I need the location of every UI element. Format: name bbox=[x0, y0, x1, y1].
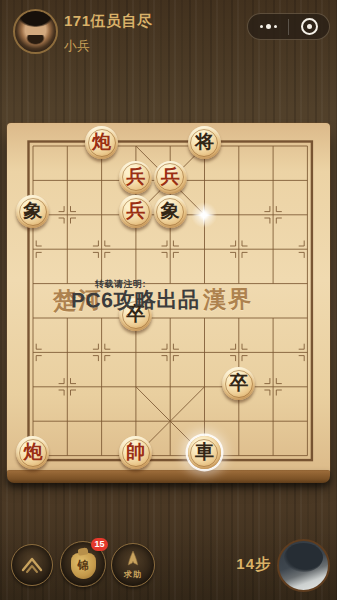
piece-glyph: 帥 bbox=[126, 442, 145, 461]
player-avatar bbox=[13, 9, 58, 54]
close-button[interactable] bbox=[289, 14, 329, 39]
piece-black-chariot[interactable]: 車 bbox=[188, 436, 221, 469]
chevron-up-icon bbox=[17, 550, 47, 580]
piece-glyph: 卒 bbox=[229, 373, 248, 392]
piece-black-elephant[interactable]: 象 bbox=[154, 195, 187, 228]
hint-count-badge: 15 bbox=[91, 538, 108, 551]
piece-glyph: 兵 bbox=[161, 167, 180, 186]
xiangqi-board[interactable]: 楚河 漢界 炮将兵兵兵象象卒卒炮帥車 转载请注明: PC6攻略出品 bbox=[7, 123, 330, 472]
piece-red-general[interactable]: 帥 bbox=[119, 436, 152, 469]
move-sparkle-effect bbox=[189, 200, 219, 230]
hint-bag-icon: 锦 bbox=[71, 553, 96, 579]
title-block: 171伍员自尽 小兵 bbox=[64, 12, 153, 55]
ask-help-button[interactable]: 求助 bbox=[111, 543, 155, 587]
piece-glyph: 将 bbox=[195, 132, 214, 151]
miniprogram-capsule bbox=[247, 13, 330, 40]
piece-red-cannon[interactable]: 炮 bbox=[85, 126, 118, 159]
hint-bag-button[interactable]: 锦 15 bbox=[60, 541, 106, 587]
ask-help-label: 求助 bbox=[124, 569, 142, 580]
top-bar: 171伍员自尽 小兵 bbox=[0, 0, 337, 62]
piece-glyph: 兵 bbox=[126, 167, 145, 186]
piece-red-soldier[interactable]: 兵 bbox=[119, 161, 152, 194]
piece-glyph: 兵 bbox=[126, 201, 145, 220]
piece-black-elephant[interactable]: 象 bbox=[16, 195, 49, 228]
praying-hands-icon bbox=[123, 550, 143, 570]
piece-red-cannon[interactable]: 炮 bbox=[16, 436, 49, 469]
piece-red-soldier[interactable]: 兵 bbox=[119, 195, 152, 228]
watermark-brand: PC6攻略出品 bbox=[71, 285, 200, 314]
piece-glyph: 車 bbox=[195, 442, 214, 461]
collapse-button[interactable] bbox=[11, 544, 53, 586]
circle-dot-icon bbox=[301, 18, 318, 35]
piece-glyph: 炮 bbox=[23, 442, 42, 461]
level-title: 171伍员自尽 bbox=[64, 12, 153, 31]
piece-glyph: 象 bbox=[23, 201, 42, 220]
piece-glyph: 炮 bbox=[92, 132, 111, 151]
bottom-bar: 锦 15 求助 14步 bbox=[0, 528, 337, 600]
more-icon bbox=[260, 24, 277, 29]
piece-black-general[interactable]: 将 bbox=[188, 126, 221, 159]
app-background: 171伍员自尽 小兵 楚河 漢界 炮将兵兵兵象象卒卒炮帥車 转载请注明: PC6… bbox=[0, 0, 337, 600]
more-button[interactable] bbox=[248, 14, 288, 39]
piece-glyph: 象 bbox=[161, 201, 180, 220]
opponent-avatar bbox=[277, 539, 330, 592]
rank-label: 小兵 bbox=[64, 37, 153, 55]
piece-red-soldier[interactable]: 兵 bbox=[154, 161, 187, 194]
steps-counter: 14步 bbox=[236, 555, 271, 574]
piece-black-soldier[interactable]: 卒 bbox=[222, 367, 255, 400]
